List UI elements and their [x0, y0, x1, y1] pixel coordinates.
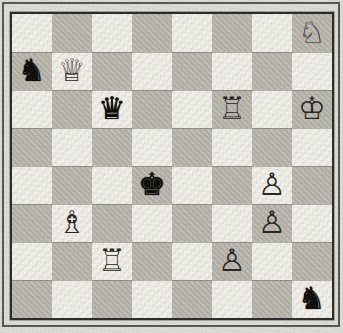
scanned-chess-diagram: ♘♞♕♛♖♔♚♙♗♙♖♙♞: [0, 0, 343, 333]
white-pawn-piece: ♙: [258, 169, 286, 200]
square-e8: [172, 14, 212, 52]
square-a2: [12, 242, 52, 280]
white-pawn-piece: ♙: [218, 245, 246, 276]
square-a1: [12, 280, 52, 318]
square-e5: [172, 128, 212, 166]
square-g4: ♙: [252, 166, 292, 204]
square-f6: ♖: [212, 90, 252, 128]
square-g7: [252, 52, 292, 90]
white-bishop-piece: ♗: [58, 207, 86, 238]
square-f4: [212, 166, 252, 204]
square-c6: ♛: [92, 90, 132, 128]
square-b4: [52, 166, 92, 204]
square-g3: ♙: [252, 204, 292, 242]
square-c2: ♖: [92, 242, 132, 280]
square-h5: [292, 128, 332, 166]
square-d2: [132, 242, 172, 280]
white-king-piece: ♔: [298, 93, 326, 124]
square-h6: ♔: [292, 90, 332, 128]
square-g6: [252, 90, 292, 128]
white-knight-piece: ♘: [298, 17, 326, 48]
chess-board: ♘♞♕♛♖♔♚♙♗♙♖♙♞: [12, 14, 332, 318]
square-a4: [12, 166, 52, 204]
square-h2: [292, 242, 332, 280]
black-king-piece: ♚: [138, 169, 166, 200]
square-a6: [12, 90, 52, 128]
square-a8: [12, 14, 52, 52]
square-g1: [252, 280, 292, 318]
square-c1: [92, 280, 132, 318]
square-h7: [292, 52, 332, 90]
square-e2: [172, 242, 212, 280]
square-d6: [132, 90, 172, 128]
square-d1: [132, 280, 172, 318]
square-a7: ♞: [12, 52, 52, 90]
white-rook-piece: ♖: [98, 245, 126, 276]
square-b8: [52, 14, 92, 52]
square-e4: [172, 166, 212, 204]
square-f7: [212, 52, 252, 90]
square-g5: [252, 128, 292, 166]
square-c8: [92, 14, 132, 52]
square-e3: [172, 204, 212, 242]
black-knight-piece: ♞: [298, 283, 326, 314]
square-f5: [212, 128, 252, 166]
square-b2: [52, 242, 92, 280]
black-knight-piece: ♞: [18, 55, 46, 86]
square-d5: [132, 128, 172, 166]
square-f1: [212, 280, 252, 318]
square-a3: [12, 204, 52, 242]
white-rook-piece: ♖: [218, 93, 246, 124]
square-e7: [172, 52, 212, 90]
square-b3: ♗: [52, 204, 92, 242]
square-h3: [292, 204, 332, 242]
square-h1: ♞: [292, 280, 332, 318]
square-h8: ♘: [292, 14, 332, 52]
square-b7: ♕: [52, 52, 92, 90]
square-f2: ♙: [212, 242, 252, 280]
square-b6: [52, 90, 92, 128]
board-frame: ♘♞♕♛♖♔♚♙♗♙♖♙♞: [10, 12, 334, 320]
square-c4: [92, 166, 132, 204]
square-a5: [12, 128, 52, 166]
square-b5: [52, 128, 92, 166]
black-queen-piece: ♛: [98, 93, 126, 124]
square-d7: [132, 52, 172, 90]
square-f3: [212, 204, 252, 242]
square-b1: [52, 280, 92, 318]
square-c7: [92, 52, 132, 90]
square-g2: [252, 242, 292, 280]
white-queen-piece: ♕: [58, 55, 86, 86]
square-g8: [252, 14, 292, 52]
square-d3: [132, 204, 172, 242]
square-f8: [212, 14, 252, 52]
white-pawn-piece: ♙: [258, 207, 286, 238]
square-d4: ♚: [132, 166, 172, 204]
square-c5: [92, 128, 132, 166]
square-e1: [172, 280, 212, 318]
square-d8: [132, 14, 172, 52]
square-e6: [172, 90, 212, 128]
square-c3: [92, 204, 132, 242]
square-h4: [292, 166, 332, 204]
